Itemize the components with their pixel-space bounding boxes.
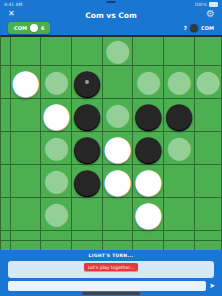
board-cell-h6[interactable] (195, 198, 222, 231)
board-cell-e6[interactable] (103, 198, 134, 231)
dark-disc: ● (133, 97, 163, 131)
light-disc: ● (103, 163, 133, 197)
board-cell-h2[interactable]: ● (195, 66, 222, 99)
dark-disc: ● (72, 97, 102, 131)
chat-input-row: ➤ (8, 281, 215, 291)
board-cell-c1[interactable] (41, 37, 72, 66)
dark-disc: ● (133, 130, 163, 164)
board-cell-f1[interactable] (133, 37, 164, 66)
board-cell-g3[interactable]: ● (164, 99, 195, 132)
board-cell-a4[interactable] (1, 132, 11, 165)
nav-bar: ✕ Com vs Com ⚙ (0, 8, 222, 21)
dark-disc: ● (72, 163, 102, 197)
legal-move-hint[interactable]: ● (166, 132, 192, 162)
board-cell-c7[interactable] (41, 231, 72, 241)
turn-status: LIGHT'S TURN... (0, 253, 222, 258)
board-cell-e1[interactable]: ● (103, 37, 134, 66)
legal-move-hint[interactable]: ● (43, 165, 69, 195)
board-cell-f7[interactable] (133, 231, 164, 241)
board-cell-a3[interactable] (1, 99, 11, 132)
dark-disc: ● (72, 130, 102, 164)
board-cell-a6[interactable] (1, 198, 11, 231)
chat-input[interactable] (8, 281, 206, 291)
footer: LIGHT'S TURN... Let's play together... ➤ (0, 250, 222, 296)
board-cell-d5[interactable]: ● (72, 165, 103, 198)
board-cell-g4[interactable]: ● (164, 132, 195, 165)
board-cell-a1[interactable] (1, 37, 11, 66)
dark-player-label: COM (201, 25, 214, 31)
dark-disc: ● (164, 97, 194, 131)
light-disc: ● (103, 130, 133, 164)
board-cell-g1[interactable] (164, 37, 195, 66)
board-cell-b6[interactable] (11, 198, 42, 231)
board-cell-b7[interactable] (11, 231, 42, 241)
board-cell-e2[interactable] (103, 66, 134, 99)
legal-move-hint[interactable]: ● (105, 99, 131, 129)
light-player-badge: COM 6 (8, 22, 50, 34)
board-cell-h3[interactable] (195, 99, 222, 132)
board-cell-c4[interactable]: ● (41, 132, 72, 165)
board-cell-b2[interactable]: ● (11, 66, 42, 99)
light-disc-icon (30, 24, 38, 32)
board-cell-h4[interactable] (195, 132, 222, 165)
board-cell-g7[interactable] (164, 231, 195, 241)
battery-icon (209, 2, 218, 8)
status-bar: 4:41 AM 100% (0, 0, 222, 8)
board-cell-c3[interactable]: ● (41, 99, 72, 132)
dark-disc-icon (190, 24, 198, 32)
board-cell-b3[interactable] (11, 99, 42, 132)
board-cell-g6[interactable] (164, 198, 195, 231)
legal-move-hint[interactable]: ● (166, 66, 192, 96)
board-cell-g5[interactable] (164, 165, 195, 198)
dark-score: 7 (184, 25, 187, 31)
legal-move-hint[interactable]: ● (135, 66, 161, 96)
page-title: Com vs Com (0, 11, 222, 20)
chat-message: Let's play together... (84, 263, 138, 271)
board-cell-e7[interactable] (103, 231, 134, 241)
light-player-label: COM (14, 25, 27, 31)
dark-player-badge: 7 COM (184, 24, 214, 32)
light-disc: ● (133, 196, 163, 230)
board-cell-h5[interactable] (195, 165, 222, 198)
send-icon[interactable]: ➤ (209, 283, 215, 290)
home-indicator[interactable] (82, 292, 140, 295)
board-cell-d6[interactable] (72, 198, 103, 231)
legal-move-hint[interactable]: ● (105, 35, 131, 65)
chat-panel: Let's play together... (8, 261, 214, 278)
light-disc: ● (41, 97, 71, 131)
legal-move-hint[interactable]: ● (43, 66, 69, 96)
board-cell-h7[interactable] (195, 231, 222, 241)
board-cell-a5[interactable] (1, 165, 11, 198)
battery-percent: 100% (194, 2, 207, 7)
last-move-marker (85, 80, 89, 84)
board-cell-f6[interactable]: ● (133, 198, 164, 231)
board-cell-a7[interactable] (1, 231, 11, 241)
light-disc: ● (133, 163, 163, 197)
status-handle (107, 1, 116, 3)
board-cell-b4[interactable] (11, 132, 42, 165)
legal-move-hint[interactable]: ● (43, 132, 69, 162)
board: ●●●●●●●●●●●●●●●●●●●●●●● (0, 35, 222, 251)
board-cell-a2[interactable] (1, 66, 11, 99)
board-cell-e5[interactable]: ● (103, 165, 134, 198)
board-cell-c6[interactable]: ● (41, 198, 72, 231)
board-cell-d7[interactable] (72, 231, 103, 241)
board-cell-b5[interactable] (11, 165, 42, 198)
status-time: 4:41 AM (4, 2, 23, 7)
gear-icon[interactable]: ⚙ (206, 9, 215, 19)
legal-move-hint[interactable]: ● (195, 66, 221, 96)
light-disc: ● (11, 64, 41, 98)
board-cell-h1[interactable] (195, 37, 222, 66)
legal-move-hint[interactable]: ● (43, 198, 69, 228)
light-score: 6 (41, 25, 44, 31)
board-cell-c5[interactable]: ● (41, 165, 72, 198)
